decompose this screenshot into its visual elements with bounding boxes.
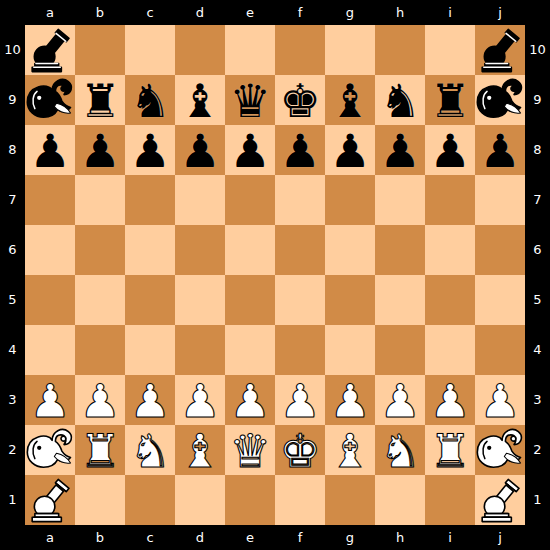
corner-top-right	[525, 0, 550, 25]
square-e7[interactable]	[225, 175, 275, 225]
square-d4[interactable]	[175, 325, 225, 375]
square-h2[interactable]: ♞	[375, 425, 425, 475]
square-j7[interactable]	[475, 175, 525, 225]
piece-black-elephant	[23, 73, 77, 127]
square-i9[interactable]: ♜	[425, 75, 475, 125]
square-h10[interactable]	[375, 25, 425, 75]
square-a5[interactable]	[25, 275, 75, 325]
square-c6[interactable]	[125, 225, 175, 275]
piece-black-pawn: ♟	[425, 126, 475, 176]
piece-black-pawn: ♟	[375, 126, 425, 176]
square-c5[interactable]	[125, 275, 175, 325]
piece-white-pawn: ♟	[375, 376, 425, 426]
square-f2[interactable]: ♚	[275, 425, 325, 475]
piece-black-bishop: ♝	[325, 76, 375, 126]
square-c8[interactable]: ♟	[125, 125, 175, 175]
piece-white-knight: ♞	[375, 426, 425, 476]
rank-label-5-left: 5	[0, 275, 25, 325]
square-h6[interactable]	[375, 225, 425, 275]
square-b10[interactable]	[75, 25, 125, 75]
square-e3[interactable]: ♟	[225, 375, 275, 425]
piece-white-pawn: ♟	[125, 376, 175, 426]
file-label-a-top: a	[25, 0, 75, 25]
square-d6[interactable]	[175, 225, 225, 275]
square-d9[interactable]: ♝	[175, 75, 225, 125]
rank-label-2-right: 2	[525, 425, 550, 475]
rank-labels-right: 10987654321	[525, 25, 550, 525]
rank-label-8-right: 8	[525, 125, 550, 175]
file-label-j-top: j	[475, 0, 525, 25]
rank-label-7-left: 7	[0, 175, 25, 225]
square-j3[interactable]: ♟	[475, 375, 525, 425]
square-b6[interactable]	[75, 225, 125, 275]
chess-board: ♜♞♝♛♚♝♞♜ ♟♟♟♟♟♟♟♟♟♟♟♟♟♟♟♟♟♟♟♟ ♜♞♝♛♚♝♞♜	[25, 25, 525, 525]
square-f9[interactable]: ♚	[275, 75, 325, 125]
piece-black-elephant	[473, 73, 527, 127]
square-d7[interactable]	[175, 175, 225, 225]
piece-black-pawn: ♟	[275, 126, 325, 176]
square-c7[interactable]	[125, 175, 175, 225]
square-i4[interactable]	[425, 325, 475, 375]
file-label-g-bottom: g	[325, 525, 375, 550]
square-h8[interactable]: ♟	[375, 125, 425, 175]
piece-white-elephant	[23, 423, 77, 477]
square-b8[interactable]: ♟	[75, 125, 125, 175]
square-a10[interactable]	[25, 25, 75, 75]
square-f10[interactable]	[275, 25, 325, 75]
piece-white-king: ♚	[275, 426, 325, 476]
square-h5[interactable]	[375, 275, 425, 325]
piece-white-elephant	[473, 423, 527, 477]
square-a2[interactable]	[25, 425, 75, 475]
square-i1[interactable]	[425, 475, 475, 525]
square-a6[interactable]	[25, 225, 75, 275]
file-labels-bottom: abcdefghij	[25, 525, 525, 550]
square-j5[interactable]	[475, 275, 525, 325]
piece-white-cannon	[23, 473, 77, 527]
square-a3[interactable]: ♟	[25, 375, 75, 425]
rank-label-6-right: 6	[525, 225, 550, 275]
square-g10[interactable]	[325, 25, 375, 75]
square-g2[interactable]: ♝	[325, 425, 375, 475]
rank-label-4-right: 4	[525, 325, 550, 375]
file-label-e-bottom: e	[225, 525, 275, 550]
piece-black-queen: ♛	[225, 76, 275, 126]
square-e1[interactable]	[225, 475, 275, 525]
file-label-a-bottom: a	[25, 525, 75, 550]
file-label-d-top: d	[175, 0, 225, 25]
square-f6[interactable]	[275, 225, 325, 275]
square-g5[interactable]	[325, 275, 375, 325]
square-a7[interactable]	[25, 175, 75, 225]
rank-label-9-left: 9	[0, 75, 25, 125]
piece-black-pawn: ♟	[325, 126, 375, 176]
square-e6[interactable]	[225, 225, 275, 275]
square-i8[interactable]: ♟	[425, 125, 475, 175]
piece-white-pawn: ♟	[325, 376, 375, 426]
piece-white-rook: ♜	[425, 426, 475, 476]
square-e2[interactable]: ♛	[225, 425, 275, 475]
corner-bottom-left	[0, 525, 25, 550]
square-h9[interactable]: ♞	[375, 75, 425, 125]
rank-label-7-right: 7	[525, 175, 550, 225]
piece-black-pawn: ♟	[475, 126, 525, 176]
square-j2[interactable]	[475, 425, 525, 475]
square-g8[interactable]: ♟	[325, 125, 375, 175]
piece-white-pawn: ♟	[75, 376, 125, 426]
square-a8[interactable]: ♟	[25, 125, 75, 175]
file-label-f-bottom: f	[275, 525, 325, 550]
square-i6[interactable]	[425, 225, 475, 275]
square-f1[interactable]	[275, 475, 325, 525]
file-label-c-bottom: c	[125, 525, 175, 550]
square-i2[interactable]: ♜	[425, 425, 475, 475]
file-label-g-top: g	[325, 0, 375, 25]
square-j4[interactable]	[475, 325, 525, 375]
piece-white-pawn: ♟	[225, 376, 275, 426]
corner-top-left	[0, 0, 25, 25]
piece-white-cannon	[473, 473, 527, 527]
square-e4[interactable]	[225, 325, 275, 375]
square-h4[interactable]	[375, 325, 425, 375]
rank-label-10-left: 10	[0, 25, 25, 75]
square-d2[interactable]: ♝	[175, 425, 225, 475]
square-a1[interactable]	[25, 475, 75, 525]
rank-label-1-left: 1	[0, 475, 25, 525]
file-label-j-bottom: j	[475, 525, 525, 550]
square-c1[interactable]	[125, 475, 175, 525]
square-f5[interactable]	[275, 275, 325, 325]
square-e10[interactable]	[225, 25, 275, 75]
square-a4[interactable]	[25, 325, 75, 375]
square-h7[interactable]	[375, 175, 425, 225]
rank-label-9-right: 9	[525, 75, 550, 125]
piece-black-cannon	[23, 23, 77, 77]
piece-black-knight: ♞	[125, 76, 175, 126]
square-d1[interactable]	[175, 475, 225, 525]
square-f4[interactable]	[275, 325, 325, 375]
square-i10[interactable]	[425, 25, 475, 75]
piece-black-pawn: ♟	[125, 126, 175, 176]
piece-black-pawn: ♟	[25, 126, 75, 176]
rank-label-1-right: 1	[525, 475, 550, 525]
rank-label-8-left: 8	[0, 125, 25, 175]
file-label-h-top: h	[375, 0, 425, 25]
piece-white-rook: ♜	[75, 426, 125, 476]
square-i7[interactable]	[425, 175, 475, 225]
square-g7[interactable]	[325, 175, 375, 225]
square-j8[interactable]: ♟	[475, 125, 525, 175]
square-e9[interactable]: ♛	[225, 75, 275, 125]
square-b9[interactable]: ♜	[75, 75, 125, 125]
rank-label-5-right: 5	[525, 275, 550, 325]
file-label-b-top: b	[75, 0, 125, 25]
file-label-f-top: f	[275, 0, 325, 25]
square-i3[interactable]: ♟	[425, 375, 475, 425]
square-c9[interactable]: ♞	[125, 75, 175, 125]
piece-white-pawn: ♟	[175, 376, 225, 426]
square-f7[interactable]	[275, 175, 325, 225]
piece-black-bishop: ♝	[175, 76, 225, 126]
piece-white-bishop: ♝	[175, 426, 225, 476]
piece-white-pawn: ♟	[25, 376, 75, 426]
square-c3[interactable]: ♟	[125, 375, 175, 425]
square-g1[interactable]	[325, 475, 375, 525]
square-g3[interactable]: ♟	[325, 375, 375, 425]
rank-label-3-left: 3	[0, 375, 25, 425]
file-label-h-bottom: h	[375, 525, 425, 550]
square-e8[interactable]: ♟	[225, 125, 275, 175]
square-h3[interactable]: ♟	[375, 375, 425, 425]
square-d8[interactable]: ♟	[175, 125, 225, 175]
piece-black-cannon	[473, 23, 527, 77]
square-g6[interactable]	[325, 225, 375, 275]
square-j9[interactable]	[475, 75, 525, 125]
file-labels-top: abcdefghij	[25, 0, 525, 25]
square-d10[interactable]	[175, 25, 225, 75]
piece-black-king: ♚	[275, 76, 325, 126]
rank-label-4-left: 4	[0, 325, 25, 375]
square-c10[interactable]	[125, 25, 175, 75]
square-e5[interactable]	[225, 275, 275, 325]
file-label-i-top: i	[425, 0, 475, 25]
square-c4[interactable]	[125, 325, 175, 375]
file-label-c-top: c	[125, 0, 175, 25]
square-j1[interactable]	[475, 475, 525, 525]
rank-label-10-right: 10	[525, 25, 550, 75]
piece-black-pawn: ♟	[225, 126, 275, 176]
square-b1[interactable]	[75, 475, 125, 525]
square-b7[interactable]	[75, 175, 125, 225]
square-b5[interactable]	[75, 275, 125, 325]
file-label-b-bottom: b	[75, 525, 125, 550]
square-c2[interactable]: ♞	[125, 425, 175, 475]
square-g9[interactable]: ♝	[325, 75, 375, 125]
rank-label-6-left: 6	[0, 225, 25, 275]
square-b2[interactable]: ♜	[75, 425, 125, 475]
piece-white-queen: ♛	[225, 426, 275, 476]
square-h1[interactable]	[375, 475, 425, 525]
square-d5[interactable]	[175, 275, 225, 325]
square-i5[interactable]	[425, 275, 475, 325]
square-j6[interactable]	[475, 225, 525, 275]
rank-labels-left: 10987654321	[0, 25, 25, 525]
file-label-d-bottom: d	[175, 525, 225, 550]
board-diagram: abcdefghij 10987654321 ♜♞♝♛♚♝♞♜ ♟♟♟♟♟♟♟♟…	[0, 0, 550, 550]
square-b4[interactable]	[75, 325, 125, 375]
square-f8[interactable]: ♟	[275, 125, 325, 175]
file-label-i-bottom: i	[425, 525, 475, 550]
file-label-e-top: e	[225, 0, 275, 25]
piece-black-pawn: ♟	[175, 126, 225, 176]
piece-white-pawn: ♟	[425, 376, 475, 426]
piece-white-pawn: ♟	[475, 376, 525, 426]
piece-black-pawn: ♟	[75, 126, 125, 176]
corner-bottom-right	[525, 525, 550, 550]
square-g4[interactable]	[325, 325, 375, 375]
piece-white-knight: ♞	[125, 426, 175, 476]
piece-white-pawn: ♟	[275, 376, 325, 426]
square-f3[interactable]: ♟	[275, 375, 325, 425]
piece-white-bishop: ♝	[325, 426, 375, 476]
square-b3[interactable]: ♟	[75, 375, 125, 425]
piece-black-rook: ♜	[425, 76, 475, 126]
square-a9[interactable]	[25, 75, 75, 125]
square-j10[interactable]	[475, 25, 525, 75]
square-d3[interactable]: ♟	[175, 375, 225, 425]
rank-label-3-right: 3	[525, 375, 550, 425]
piece-black-rook: ♜	[75, 76, 125, 126]
piece-black-knight: ♞	[375, 76, 425, 126]
rank-label-2-left: 2	[0, 425, 25, 475]
